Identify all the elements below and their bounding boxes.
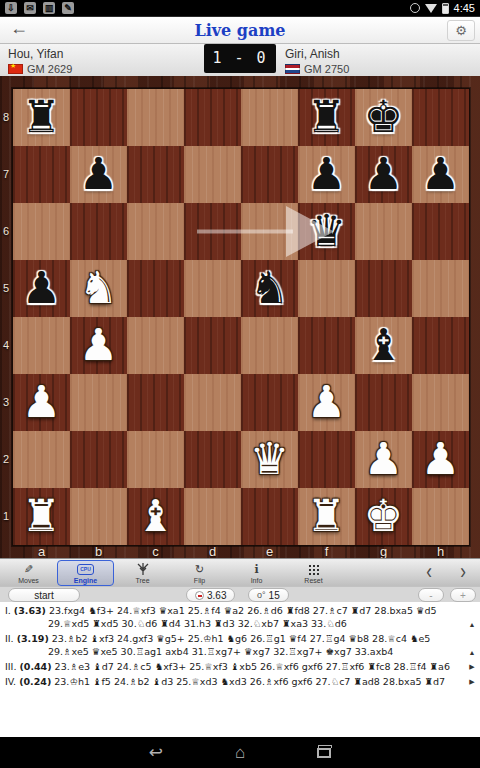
engine-line-moves: 23.♗b2 ♝xf3 24.gxf3 ♛g5+ 25.♔h1 ♞g6 26.♖… — [48, 633, 430, 657]
toolbar-button-tree[interactable]: Tree — [114, 560, 171, 586]
square-g4[interactable]: ♝ — [355, 317, 412, 374]
square-e6[interactable] — [241, 203, 298, 260]
players-bar: Hou, Yifan GM 2629 1 - 0 Giri, Anish GM … — [0, 44, 480, 76]
square-c7[interactable] — [127, 146, 184, 203]
square-c4[interactable] — [127, 317, 184, 374]
info-icon: i — [254, 563, 258, 576]
page-title: Live game — [0, 21, 480, 40]
square-c1[interactable]: ♝ — [127, 488, 184, 545]
rank-label-4: 4 — [0, 317, 12, 374]
engine-control-bar: start 3.63 o° 15 - + — [0, 586, 480, 602]
black-bishop-g4: ♝ — [355, 317, 412, 374]
square-e7[interactable] — [241, 146, 298, 203]
evaluation-badge: 3.63 — [186, 588, 235, 602]
square-b8[interactable] — [70, 89, 127, 146]
white-rook-a1: ♜ — [13, 488, 70, 545]
square-f5[interactable] — [298, 260, 355, 317]
square-f7[interactable]: ♟ — [298, 146, 355, 203]
black-rook-f8: ♜ — [298, 89, 355, 146]
cpu-icon: CPU — [77, 563, 94, 576]
collapse-line-icon[interactable]: ▲ — [464, 621, 480, 630]
chess-board: ♜♜♚♟♟♟♟♛♟♞♞♟♝♟♟♛♟♟♜♝♜♚ — [12, 88, 470, 546]
title-bar: ← Live game ⚙ — [0, 17, 480, 44]
square-e1[interactable] — [241, 488, 298, 545]
square-b2[interactable] — [70, 431, 127, 488]
square-a6[interactable] — [13, 203, 70, 260]
toolbar-button-moves[interactable]: ✎Moves — [0, 560, 57, 586]
square-c8[interactable] — [127, 89, 184, 146]
notification-icons: ⇩ ✉ ▥ ✎ — [5, 2, 74, 14]
clipboard-icon: ✎ — [62, 2, 74, 14]
black-player: Giri, Anish GM 2750 — [285, 47, 349, 75]
square-c3[interactable] — [127, 374, 184, 431]
battery-icon — [442, 3, 449, 14]
file-label-a: a — [13, 544, 70, 559]
square-h6[interactable] — [412, 203, 469, 260]
square-f8[interactable]: ♜ — [298, 89, 355, 146]
square-d5[interactable] — [184, 260, 241, 317]
toolbar-button-reset[interactable]: Reset — [285, 560, 342, 586]
white-pawn-f3: ♟ — [298, 374, 355, 431]
depth-badge: o° 15 — [248, 588, 289, 602]
white-pawn-h2: ♟ — [412, 431, 469, 488]
black-player-name: Giri, Anish — [285, 47, 349, 61]
file-label-e: e — [241, 544, 298, 559]
square-g1[interactable]: ♚ — [355, 488, 412, 545]
black-pawn-b7: ♟ — [70, 146, 127, 203]
grid-icon — [307, 563, 320, 576]
android-status-bar: ⇩ ✉ ▥ ✎ 4:45 — [0, 0, 480, 17]
tree-icon — [136, 563, 150, 576]
square-d3[interactable] — [184, 374, 241, 431]
square-b4[interactable]: ♟ — [70, 317, 127, 374]
clock-time: 4:45 — [454, 2, 475, 14]
black-pawn-a5: ♟ — [13, 260, 70, 317]
game-result: 1 - 0 — [204, 44, 276, 73]
settings-button[interactable]: ⚙ — [447, 20, 475, 41]
black-pawn-g7: ♟ — [355, 146, 412, 203]
square-b5[interactable]: ♞ — [70, 260, 127, 317]
engine-line-text: IV. (0.24) 23.♔h1 ♝f5 24.♗b2 ♝d3 25.♕xd3… — [0, 675, 464, 688]
square-f2[interactable] — [298, 431, 355, 488]
black-knight-e5: ♞ — [241, 260, 298, 317]
square-d2[interactable] — [184, 431, 241, 488]
square-a8[interactable]: ♜ — [13, 89, 70, 146]
white-rook-f1: ♜ — [298, 488, 355, 545]
flip-icon: ↻ — [195, 563, 204, 576]
engine-line-moves: 23.♔h1 ♝f5 24.♗b2 ♝d3 25.♕xd3 ♞xd3 26.♗x… — [51, 676, 445, 687]
square-a1[interactable]: ♜ — [13, 488, 70, 545]
engine-lines-panel: I. (3.63) 23.fxg4 ♞f3+ 24.♕xf3 ♛xa1 25.♗… — [0, 602, 480, 737]
expand-line-icon[interactable]: ▶ — [464, 678, 480, 688]
file-label-c: c — [127, 544, 184, 559]
square-a7[interactable] — [13, 146, 70, 203]
square-d8[interactable] — [184, 89, 241, 146]
gear-icon: ⚙ — [455, 23, 467, 38]
square-b7[interactable]: ♟ — [70, 146, 127, 203]
square-f6[interactable]: ♛ — [298, 203, 355, 260]
square-g8[interactable]: ♚ — [355, 89, 412, 146]
square-h1[interactable] — [412, 488, 469, 545]
toolbar-label: Moves — [18, 577, 39, 584]
square-g5[interactable] — [355, 260, 412, 317]
nav-recents-icon[interactable] — [317, 748, 331, 758]
square-d4[interactable] — [184, 317, 241, 374]
square-e2[interactable]: ♛ — [241, 431, 298, 488]
eval-minus-icon — [195, 591, 204, 600]
toolbar-label: Info — [251, 577, 263, 584]
next-move-button[interactable]: › — [446, 560, 480, 585]
white-knight-b5: ♞ — [70, 260, 127, 317]
square-h4[interactable] — [412, 317, 469, 374]
square-d6[interactable] — [184, 203, 241, 260]
file-label-f: f — [298, 544, 355, 559]
black-pawn-h7: ♟ — [412, 146, 469, 203]
toolbar-button-info[interactable]: iInfo — [228, 560, 285, 586]
rank-label-7: 7 — [0, 146, 12, 203]
engine-line-4[interactable]: IV. (0.24) 23.♔h1 ♝f5 24.♗b2 ♝d3 25.♕xd3… — [0, 675, 480, 688]
white-king-g1: ♚ — [355, 488, 412, 545]
nav-home-icon[interactable]: ⌂ — [235, 744, 245, 761]
file-label-b: b — [70, 544, 127, 559]
pencil-icon: ✎ — [24, 563, 33, 576]
square-e3[interactable] — [241, 374, 298, 431]
toolbar-label: Tree — [135, 577, 149, 584]
evaluation-value: 3.63 — [207, 590, 226, 601]
square-h8[interactable] — [412, 89, 469, 146]
black-pawn-f7: ♟ — [298, 146, 355, 203]
white-player: Hou, Yifan GM 2629 — [8, 47, 72, 75]
engine-line-eval: (3.19) — [17, 633, 49, 644]
engine-line-text: I. (3.63) 23.fxg4 ♞f3+ 24.♕xf3 ♛xa1 25.♗… — [0, 604, 464, 630]
square-h2[interactable]: ♟ — [412, 431, 469, 488]
square-a2[interactable] — [13, 431, 70, 488]
wifi-icon — [425, 4, 437, 13]
black-king-g8: ♚ — [355, 89, 412, 146]
engine-line-1[interactable]: I. (3.63) 23.fxg4 ♞f3+ 24.♕xf3 ♛xa1 25.♗… — [0, 604, 480, 630]
engine-line-eval: (3.63) — [14, 605, 46, 616]
engine-line-moves: 23.fxg4 ♞f3+ 24.♕xf3 ♛xa1 25.♗f4 ♛a2 26.… — [46, 605, 437, 629]
engine-line-text: II. (3.19) 23.♗b2 ♝xf3 24.gxf3 ♛g5+ 25.♔… — [0, 632, 464, 658]
android-nav-bar: ↩ ⌂ — [0, 737, 480, 768]
square-a3[interactable]: ♟ — [13, 374, 70, 431]
black-rook-a8: ♜ — [13, 89, 70, 146]
rank-label-2: 2 — [0, 431, 12, 488]
file-label-g: g — [355, 544, 412, 559]
white-bishop-c1: ♝ — [127, 488, 184, 545]
white-player-rating: GM 2629 — [27, 63, 72, 75]
start-button[interactable]: start — [8, 588, 80, 602]
rank-label-5: 5 — [0, 260, 12, 317]
analysis-toolbar: ✎MovesCPUEngineTree↻FlipiInfoReset‹› — [0, 558, 480, 586]
square-g3[interactable] — [355, 374, 412, 431]
depth-value: 15 — [269, 590, 280, 601]
square-g7[interactable]: ♟ — [355, 146, 412, 203]
square-e8[interactable] — [241, 89, 298, 146]
square-h5[interactable] — [412, 260, 469, 317]
file-label-h: h — [412, 544, 469, 559]
china-flag-icon — [8, 64, 23, 74]
file-label-d: d — [184, 544, 241, 559]
toolbar-button-engine[interactable]: CPUEngine — [57, 560, 114, 586]
white-player-name: Hou, Yifan — [8, 47, 72, 61]
collapse-line-icon[interactable]: ▲ — [464, 649, 480, 658]
expand-line-icon[interactable]: ▶ — [464, 663, 480, 673]
square-g6[interactable] — [355, 203, 412, 260]
square-c2[interactable] — [127, 431, 184, 488]
square-a5[interactable]: ♟ — [13, 260, 70, 317]
engine-line-eval: (0.44) — [19, 661, 51, 672]
engine-line-3[interactable]: III. (0.44) 23.♗e3 ♝d7 24.♗c5 ♞xf3+ 25.♕… — [0, 660, 480, 673]
engine-line-moves: 23.♗e3 ♝d7 24.♗c5 ♞xf3+ 25.♕xf3 ♝xb5 26.… — [52, 661, 450, 672]
square-f3[interactable]: ♟ — [298, 374, 355, 431]
engine-line-2[interactable]: II. (3.19) 23.♗b2 ♝xf3 24.gxf3 ♛g5+ 25.♔… — [0, 632, 480, 658]
toolbar-label: Flip — [194, 577, 205, 584]
square-b6[interactable] — [70, 203, 127, 260]
square-f1[interactable]: ♜ — [298, 488, 355, 545]
email-icon: ✉ — [24, 2, 36, 14]
black-player-rating: GM 2750 — [304, 63, 349, 75]
netherlands-flag-icon — [285, 64, 300, 74]
black-queen-f6: ♛ — [298, 203, 355, 260]
board-frame: ♜♜♚♟♟♟♟♛♟♞♞♟♝♟♟♛♟♟♜♝♜♚ 87654321abcdefgh — [0, 76, 480, 558]
nav-back-icon[interactable]: ↩ — [149, 744, 163, 761]
toolbar-label: Engine — [74, 577, 97, 584]
square-e4[interactable] — [241, 317, 298, 374]
rank-label-6: 6 — [0, 203, 12, 260]
square-b1[interactable] — [70, 488, 127, 545]
depth-icon: o° — [257, 590, 266, 600]
lines-minus-button[interactable]: - — [418, 588, 444, 602]
rank-label-1: 1 — [0, 488, 12, 545]
toolbar-button-flip[interactable]: ↻Flip — [171, 560, 228, 586]
square-c6[interactable] — [127, 203, 184, 260]
alarm-icon — [410, 3, 420, 13]
back-arrow-icon[interactable]: ← — [10, 18, 28, 39]
rank-label-3: 3 — [0, 374, 12, 431]
square-g2[interactable]: ♟ — [355, 431, 412, 488]
square-e5[interactable]: ♞ — [241, 260, 298, 317]
download-icon: ⇩ — [5, 2, 17, 14]
white-pawn-g2: ♟ — [355, 431, 412, 488]
white-pawn-a3: ♟ — [13, 374, 70, 431]
square-h3[interactable] — [412, 374, 469, 431]
square-b3[interactable] — [70, 374, 127, 431]
system-icons: 4:45 — [410, 2, 475, 14]
square-h7[interactable]: ♟ — [412, 146, 469, 203]
white-queen-e2: ♛ — [241, 431, 298, 488]
engine-line-text: III. (0.44) 23.♗e3 ♝d7 24.♗c5 ♞xf3+ 25.♕… — [0, 660, 464, 673]
lines-plus-button[interactable]: + — [450, 588, 476, 602]
square-a4[interactable] — [13, 317, 70, 374]
list-icon: ▥ — [43, 2, 55, 14]
white-pawn-b4: ♟ — [70, 317, 127, 374]
live-game-screen: ⇩ ✉ ▥ ✎ 4:45 ← Live game ⚙ Hou, Yifan GM… — [0, 0, 480, 768]
square-f4[interactable] — [298, 317, 355, 374]
square-d1[interactable] — [184, 488, 241, 545]
toolbar-label: Reset — [304, 577, 322, 584]
square-d7[interactable] — [184, 146, 241, 203]
prev-move-button[interactable]: ‹ — [412, 560, 446, 585]
square-c5[interactable] — [127, 260, 184, 317]
engine-line-eval: (0.24) — [19, 676, 51, 687]
rank-label-8: 8 — [0, 89, 12, 146]
